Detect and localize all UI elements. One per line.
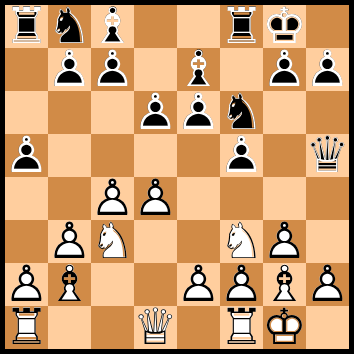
- chess-board: ♜♖♞♘♝♗♜♖♚♔♟♙♟♙♝♗♟♙♟♙♟♙♟♙♞♘♟♙♟♙♛♕♟♙♟♙♟♙♞♘…: [5, 5, 349, 349]
- white-pawn-outline-icon: ♙: [91, 177, 134, 220]
- white-queen-icon: ♛: [134, 306, 177, 349]
- black-pawn-icon: ♟: [91, 48, 134, 91]
- square-e8[interactable]: [177, 5, 220, 48]
- square-g8[interactable]: ♚♔: [263, 5, 306, 48]
- white-pawn-outline-icon: ♙: [263, 220, 306, 263]
- square-d7[interactable]: [134, 48, 177, 91]
- square-f2[interactable]: ♟♙: [220, 263, 263, 306]
- piece-white-pawn[interactable]: ♟♙: [48, 220, 91, 263]
- white-rook-icon: ♜: [5, 306, 48, 349]
- white-pawn-icon: ♟: [306, 263, 349, 306]
- chess-board-frame: ♜♖♞♘♝♗♜♖♚♔♟♙♟♙♝♗♟♙♟♙♟♙♟♙♞♘♟♙♟♙♛♕♟♙♟♙♟♙♞♘…: [0, 0, 354, 354]
- black-pawn-icon: ♟: [263, 48, 306, 91]
- square-f7[interactable]: [220, 48, 263, 91]
- piece-white-pawn[interactable]: ♟♙: [263, 220, 306, 263]
- piece-black-pawn[interactable]: ♟♙: [134, 91, 177, 134]
- piece-white-pawn[interactable]: ♟♙: [91, 177, 134, 220]
- square-g4[interactable]: [263, 177, 306, 220]
- white-bishop-outline-icon: ♗: [263, 263, 306, 306]
- white-pawn-icon: ♟: [263, 220, 306, 263]
- piece-black-knight[interactable]: ♞♘: [220, 91, 263, 134]
- black-queen-icon: ♛: [306, 134, 349, 177]
- black-pawn-icon: ♟: [48, 48, 91, 91]
- square-e3[interactable]: [177, 220, 220, 263]
- piece-white-bishop[interactable]: ♝♗: [263, 263, 306, 306]
- black-pawn-icon: ♟: [306, 48, 349, 91]
- black-knight-outline-icon: ♘: [220, 91, 263, 134]
- white-knight-icon: ♞: [91, 220, 134, 263]
- black-rook-outline-icon: ♖: [220, 5, 263, 48]
- black-rook-icon: ♜: [220, 5, 263, 48]
- square-b3[interactable]: ♟♙: [48, 220, 91, 263]
- piece-black-king[interactable]: ♚♔: [263, 5, 306, 48]
- piece-white-bishop[interactable]: ♝♗: [48, 263, 91, 306]
- black-pawn-outline-icon: ♙: [220, 134, 263, 177]
- piece-black-pawn[interactable]: ♟♙: [220, 134, 263, 177]
- square-b1[interactable]: [48, 306, 91, 349]
- square-e7[interactable]: ♝♗: [177, 48, 220, 91]
- square-d5[interactable]: [134, 134, 177, 177]
- square-h3[interactable]: [306, 220, 349, 263]
- piece-white-pawn[interactable]: ♟♙: [134, 177, 177, 220]
- square-e1[interactable]: [177, 306, 220, 349]
- white-pawn-outline-icon: ♙: [306, 263, 349, 306]
- white-pawn-icon: ♟: [48, 220, 91, 263]
- piece-white-rook[interactable]: ♜♖: [5, 306, 48, 349]
- square-d8[interactable]: [134, 5, 177, 48]
- black-pawn-outline-icon: ♙: [177, 91, 220, 134]
- square-b7[interactable]: ♟♙: [48, 48, 91, 91]
- white-pawn-icon: ♟: [5, 263, 48, 306]
- white-bishop-icon: ♝: [263, 263, 306, 306]
- white-pawn-outline-icon: ♙: [5, 263, 48, 306]
- square-f6[interactable]: ♞♘: [220, 91, 263, 134]
- piece-white-pawn[interactable]: ♟♙: [5, 263, 48, 306]
- square-d6[interactable]: ♟♙: [134, 91, 177, 134]
- black-pawn-icon: ♟: [177, 91, 220, 134]
- white-pawn-icon: ♟: [91, 177, 134, 220]
- square-b8[interactable]: ♞♘: [48, 5, 91, 48]
- square-e2[interactable]: ♟♙: [177, 263, 220, 306]
- piece-white-knight[interactable]: ♞♘: [91, 220, 134, 263]
- black-pawn-outline-icon: ♙: [134, 91, 177, 134]
- piece-white-king[interactable]: ♚♔: [263, 306, 306, 349]
- square-f1[interactable]: ♜♖: [220, 306, 263, 349]
- square-h5[interactable]: ♛♕: [306, 134, 349, 177]
- piece-white-pawn[interactable]: ♟♙: [177, 263, 220, 306]
- square-g3[interactable]: ♟♙: [263, 220, 306, 263]
- square-d4[interactable]: ♟♙: [134, 177, 177, 220]
- piece-white-pawn[interactable]: ♟♙: [306, 263, 349, 306]
- square-c7[interactable]: ♟♙: [91, 48, 134, 91]
- white-pawn-icon: ♟: [177, 263, 220, 306]
- piece-black-pawn[interactable]: ♟♙: [263, 48, 306, 91]
- black-queen-outline-icon: ♕: [306, 134, 349, 177]
- square-c1[interactable]: [91, 306, 134, 349]
- black-pawn-outline-icon: ♙: [306, 48, 349, 91]
- white-knight-outline-icon: ♘: [91, 220, 134, 263]
- square-a2[interactable]: ♟♙: [5, 263, 48, 306]
- piece-black-pawn[interactable]: ♟♙: [91, 48, 134, 91]
- square-b5[interactable]: [48, 134, 91, 177]
- square-e6[interactable]: ♟♙: [177, 91, 220, 134]
- square-h7[interactable]: ♟♙: [306, 48, 349, 91]
- square-c3[interactable]: ♞♘: [91, 220, 134, 263]
- square-a6[interactable]: [5, 91, 48, 134]
- white-rook-outline-icon: ♖: [5, 306, 48, 349]
- black-bishop-icon: ♝: [91, 5, 134, 48]
- square-b2[interactable]: ♝♗: [48, 263, 91, 306]
- piece-black-queen[interactable]: ♛♕: [306, 134, 349, 177]
- square-g1[interactable]: ♚♔: [263, 306, 306, 349]
- white-pawn-icon: ♟: [134, 177, 177, 220]
- square-d3[interactable]: [134, 220, 177, 263]
- square-d2[interactable]: [134, 263, 177, 306]
- square-g5[interactable]: [263, 134, 306, 177]
- square-f4[interactable]: [220, 177, 263, 220]
- black-pawn-icon: ♟: [134, 91, 177, 134]
- black-pawn-outline-icon: ♙: [263, 48, 306, 91]
- piece-black-pawn[interactable]: ♟♙: [5, 134, 48, 177]
- white-bishop-outline-icon: ♗: [48, 263, 91, 306]
- square-g6[interactable]: [263, 91, 306, 134]
- piece-black-pawn[interactable]: ♟♙: [306, 48, 349, 91]
- black-pawn-outline-icon: ♙: [91, 48, 134, 91]
- black-pawn-icon: ♟: [5, 134, 48, 177]
- square-b6[interactable]: [48, 91, 91, 134]
- piece-black-bishop[interactable]: ♝♗: [91, 5, 134, 48]
- square-a1[interactable]: ♜♖: [5, 306, 48, 349]
- square-f8[interactable]: ♜♖: [220, 5, 263, 48]
- black-rook-icon: ♜: [5, 5, 48, 48]
- square-c8[interactable]: ♝♗: [91, 5, 134, 48]
- square-f5[interactable]: ♟♙: [220, 134, 263, 177]
- square-a7[interactable]: [5, 48, 48, 91]
- square-g7[interactable]: ♟♙: [263, 48, 306, 91]
- square-a5[interactable]: ♟♙: [5, 134, 48, 177]
- piece-white-rook[interactable]: ♜♖: [220, 306, 263, 349]
- white-knight-icon: ♞: [220, 220, 263, 263]
- white-pawn-outline-icon: ♙: [134, 177, 177, 220]
- piece-white-pawn[interactable]: ♟♙: [220, 263, 263, 306]
- black-king-icon: ♚: [263, 5, 306, 48]
- black-bishop-icon: ♝: [177, 48, 220, 91]
- white-pawn-outline-icon: ♙: [177, 263, 220, 306]
- square-a8[interactable]: ♜♖: [5, 5, 48, 48]
- square-h8[interactable]: [306, 5, 349, 48]
- piece-white-knight[interactable]: ♞♘: [220, 220, 263, 263]
- black-knight-icon: ♞: [220, 91, 263, 134]
- square-e5[interactable]: [177, 134, 220, 177]
- square-b4[interactable]: [48, 177, 91, 220]
- white-knight-outline-icon: ♘: [220, 220, 263, 263]
- piece-black-bishop[interactable]: ♝♗: [177, 48, 220, 91]
- white-king-icon: ♚: [263, 306, 306, 349]
- square-d1[interactable]: ♛♕: [134, 306, 177, 349]
- square-e4[interactable]: [177, 177, 220, 220]
- black-pawn-icon: ♟: [220, 134, 263, 177]
- black-knight-icon: ♞: [48, 5, 91, 48]
- piece-black-knight[interactable]: ♞♘: [48, 5, 91, 48]
- square-a4[interactable]: [5, 177, 48, 220]
- white-queen-outline-icon: ♕: [134, 306, 177, 349]
- black-king-outline-icon: ♔: [263, 5, 306, 48]
- piece-black-pawn[interactable]: ♟♙: [177, 91, 220, 134]
- white-bishop-icon: ♝: [48, 263, 91, 306]
- white-king-outline-icon: ♔: [263, 306, 306, 349]
- square-c4[interactable]: ♟♙: [91, 177, 134, 220]
- square-c5[interactable]: [91, 134, 134, 177]
- square-h6[interactable]: [306, 91, 349, 134]
- white-pawn-outline-icon: ♙: [220, 263, 263, 306]
- piece-black-rook[interactable]: ♜♖: [220, 5, 263, 48]
- black-pawn-outline-icon: ♙: [48, 48, 91, 91]
- square-a3[interactable]: [5, 220, 48, 263]
- square-f3[interactable]: ♞♘: [220, 220, 263, 263]
- square-c6[interactable]: [91, 91, 134, 134]
- piece-white-queen[interactable]: ♛♕: [134, 306, 177, 349]
- white-rook-outline-icon: ♖: [220, 306, 263, 349]
- black-knight-outline-icon: ♘: [48, 5, 91, 48]
- square-g2[interactable]: ♝♗: [263, 263, 306, 306]
- piece-black-pawn[interactable]: ♟♙: [48, 48, 91, 91]
- black-rook-outline-icon: ♖: [5, 5, 48, 48]
- square-h4[interactable]: [306, 177, 349, 220]
- piece-black-rook[interactable]: ♜♖: [5, 5, 48, 48]
- white-pawn-outline-icon: ♙: [48, 220, 91, 263]
- black-bishop-outline-icon: ♗: [91, 5, 134, 48]
- square-h1[interactable]: [306, 306, 349, 349]
- square-h2[interactable]: ♟♙: [306, 263, 349, 306]
- white-pawn-icon: ♟: [220, 263, 263, 306]
- white-rook-icon: ♜: [220, 306, 263, 349]
- black-bishop-outline-icon: ♗: [177, 48, 220, 91]
- square-c2[interactable]: [91, 263, 134, 306]
- black-pawn-outline-icon: ♙: [5, 134, 48, 177]
